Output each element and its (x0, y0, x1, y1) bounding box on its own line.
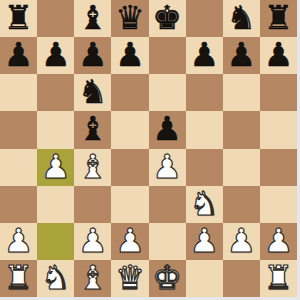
piece-black-bishop[interactable]: ♝ (78, 1, 108, 34)
square-a8[interactable]: ♜ (0, 0, 37, 37)
square-h7[interactable]: ♟ (260, 37, 297, 74)
piece-black-knight[interactable]: ♞ (78, 75, 108, 108)
square-b8[interactable] (37, 0, 74, 37)
piece-black-pawn[interactable]: ♟ (41, 38, 71, 71)
square-f1[interactable] (186, 260, 223, 297)
square-f2[interactable]: ♟ (186, 223, 223, 260)
piece-white-pawn[interactable]: ♟ (264, 224, 294, 257)
square-g1[interactable] (223, 260, 260, 297)
square-h4[interactable] (260, 149, 297, 186)
square-e3[interactable] (149, 186, 186, 223)
square-h8[interactable]: ♜ (260, 0, 297, 37)
piece-white-bishop[interactable]: ♝ (78, 261, 108, 294)
piece-black-pawn[interactable]: ♟ (264, 38, 294, 71)
piece-white-rook[interactable]: ♜ (264, 261, 294, 294)
square-a4[interactable] (0, 149, 37, 186)
square-c4[interactable]: ♝ (74, 149, 111, 186)
square-e2[interactable] (149, 223, 186, 260)
square-h1[interactable]: ♜ (260, 260, 297, 297)
square-b2[interactable] (37, 223, 74, 260)
piece-black-pawn[interactable]: ♟ (227, 38, 257, 71)
piece-white-pawn[interactable]: ♟ (78, 224, 108, 257)
square-f4[interactable] (186, 149, 223, 186)
square-a2[interactable]: ♟ (0, 223, 37, 260)
piece-black-rook[interactable]: ♜ (4, 1, 34, 34)
square-g2[interactable]: ♟ (223, 223, 260, 260)
square-a7[interactable]: ♟ (0, 37, 37, 74)
square-h2[interactable]: ♟ (260, 223, 297, 260)
square-h6[interactable] (260, 74, 297, 111)
square-d2[interactable]: ♟ (111, 223, 148, 260)
square-a1[interactable]: ♜ (0, 260, 37, 297)
square-c2[interactable]: ♟ (74, 223, 111, 260)
square-c5[interactable]: ♝ (74, 111, 111, 148)
square-h5[interactable] (260, 111, 297, 148)
square-c6[interactable]: ♞ (74, 74, 111, 111)
square-g7[interactable]: ♟ (223, 37, 260, 74)
square-c7[interactable]: ♟ (74, 37, 111, 74)
square-b5[interactable] (37, 111, 74, 148)
square-f5[interactable] (186, 111, 223, 148)
piece-black-queen[interactable]: ♛ (115, 1, 145, 34)
piece-black-pawn[interactable]: ♟ (152, 112, 182, 145)
square-a5[interactable] (0, 111, 37, 148)
chess-board: ♜♝♛♚♞♜♟♟♟♟♟♟♟♞♝♟♟♝♟♞♟♟♟♟♟♟♜♞♝♛♚♜ (0, 0, 297, 297)
square-d1[interactable]: ♛ (111, 260, 148, 297)
square-a3[interactable] (0, 186, 37, 223)
piece-white-pawn[interactable]: ♟ (4, 224, 34, 257)
piece-white-pawn[interactable]: ♟ (152, 150, 182, 183)
piece-white-king[interactable]: ♚ (152, 261, 182, 294)
square-e7[interactable] (149, 37, 186, 74)
square-b7[interactable]: ♟ (37, 37, 74, 74)
piece-black-king[interactable]: ♚ (152, 1, 182, 34)
square-g4[interactable] (223, 149, 260, 186)
piece-black-pawn[interactable]: ♟ (4, 38, 34, 71)
square-b4[interactable]: ♟ (37, 149, 74, 186)
square-f7[interactable]: ♟ (186, 37, 223, 74)
square-c3[interactable] (74, 186, 111, 223)
square-a6[interactable] (0, 74, 37, 111)
piece-white-bishop[interactable]: ♝ (78, 150, 108, 183)
piece-white-pawn[interactable]: ♟ (41, 150, 71, 183)
square-d7[interactable]: ♟ (111, 37, 148, 74)
square-c1[interactable]: ♝ (74, 260, 111, 297)
piece-white-pawn[interactable]: ♟ (189, 224, 219, 257)
piece-white-pawn[interactable]: ♟ (115, 224, 145, 257)
square-g8[interactable]: ♞ (223, 0, 260, 37)
square-e4[interactable]: ♟ (149, 149, 186, 186)
piece-black-pawn[interactable]: ♟ (115, 38, 145, 71)
piece-white-pawn[interactable]: ♟ (227, 224, 257, 257)
piece-white-knight[interactable]: ♞ (41, 261, 71, 294)
piece-white-queen[interactable]: ♛ (115, 261, 145, 294)
square-e1[interactable]: ♚ (149, 260, 186, 297)
square-d3[interactable] (111, 186, 148, 223)
square-e8[interactable]: ♚ (149, 0, 186, 37)
square-f3[interactable]: ♞ (186, 186, 223, 223)
piece-black-bishop[interactable]: ♝ (78, 112, 108, 145)
square-e5[interactable]: ♟ (149, 111, 186, 148)
piece-black-rook[interactable]: ♜ (264, 1, 294, 34)
square-b3[interactable] (37, 186, 74, 223)
square-c8[interactable]: ♝ (74, 0, 111, 37)
square-g6[interactable] (223, 74, 260, 111)
square-d8[interactable]: ♛ (111, 0, 148, 37)
square-h3[interactable] (260, 186, 297, 223)
square-f8[interactable] (186, 0, 223, 37)
square-f6[interactable] (186, 74, 223, 111)
piece-black-pawn[interactable]: ♟ (189, 38, 219, 71)
square-g5[interactable] (223, 111, 260, 148)
piece-white-rook[interactable]: ♜ (4, 261, 34, 294)
square-d4[interactable] (111, 149, 148, 186)
square-d6[interactable] (111, 74, 148, 111)
square-e6[interactable] (149, 74, 186, 111)
piece-white-knight[interactable]: ♞ (189, 187, 219, 220)
square-d5[interactable] (111, 111, 148, 148)
square-g3[interactable] (223, 186, 260, 223)
piece-black-pawn[interactable]: ♟ (78, 38, 108, 71)
square-b6[interactable] (37, 74, 74, 111)
piece-black-knight[interactable]: ♞ (227, 1, 257, 34)
square-b1[interactable]: ♞ (37, 260, 74, 297)
